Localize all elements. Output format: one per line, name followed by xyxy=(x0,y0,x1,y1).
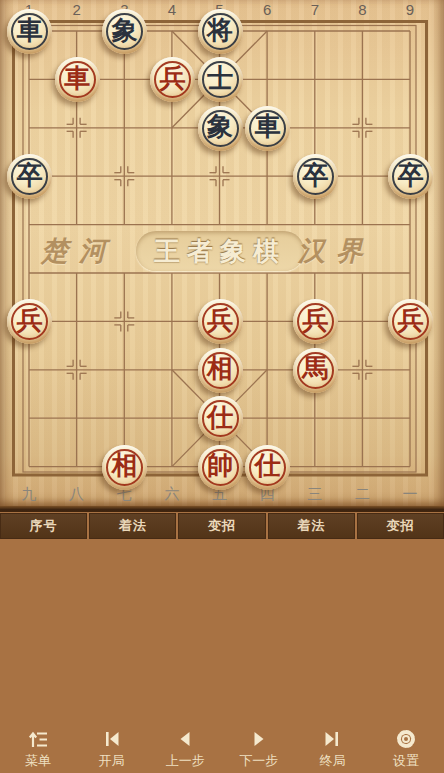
piece-glyph: 仕 xyxy=(207,405,233,431)
move-table-header-cell-0: 序号 xyxy=(0,513,87,539)
black-chariot[interactable]: 車 xyxy=(245,106,290,151)
red-advisor[interactable]: 仕 xyxy=(245,445,290,490)
piece-glyph: 卒 xyxy=(17,163,43,189)
black-general[interactable]: 将 xyxy=(198,9,243,54)
piece-glyph: 帥 xyxy=(207,453,233,479)
toolbar-prev-step-button[interactable]: 上一步 xyxy=(159,725,211,769)
skip-start-icon xyxy=(100,727,124,751)
piece-glyph: 兵 xyxy=(302,308,328,334)
xiangqi-board[interactable]: 123456789 九八七六五四三二一 楚河 王者象棋 汉界 車象将車兵士象車卒… xyxy=(0,0,444,506)
piece-glyph: 象 xyxy=(112,18,138,44)
piece-glyph: 車 xyxy=(64,66,90,92)
piece-glyph: 相 xyxy=(207,356,233,382)
black-pawn[interactable]: 卒 xyxy=(7,154,52,199)
piece-glyph: 兵 xyxy=(159,66,185,92)
piece-glyph: 車 xyxy=(17,18,43,44)
piece-glyph: 馬 xyxy=(302,356,328,382)
piece-glyph: 兵 xyxy=(207,308,233,334)
pieces-layer: 車象将車兵士象車卒卒卒兵兵兵兵相馬仕相帥仕 xyxy=(0,0,444,506)
menu-icon xyxy=(26,727,50,751)
toolbar-menu-button[interactable]: 菜单 xyxy=(12,725,64,769)
red-pawn[interactable]: 兵 xyxy=(150,57,195,102)
red-pawn[interactable]: 兵 xyxy=(198,299,243,344)
move-table-header-cell-4: 变招 xyxy=(357,513,444,539)
bottom-toolbar: 菜单 开局上一步下一步 终局 设置 xyxy=(0,725,444,773)
move-table-header: 序号着法变招着法变招 xyxy=(0,512,444,541)
move-table-header-cell-1: 着法 xyxy=(89,513,176,539)
toolbar-label: 设置 xyxy=(393,753,419,769)
piece-glyph: 卒 xyxy=(398,163,424,189)
toolbar-settings-button[interactable]: 设置 xyxy=(380,725,432,769)
move-table-header-cell-2: 变招 xyxy=(178,513,265,539)
skip-end-icon xyxy=(320,727,344,751)
piece-glyph: 将 xyxy=(207,18,233,44)
piece-glyph: 兵 xyxy=(17,308,43,334)
black-elephant[interactable]: 象 xyxy=(198,106,243,151)
piece-glyph: 相 xyxy=(112,453,138,479)
toolbar-skip-start-button[interactable]: 开局 xyxy=(86,725,138,769)
black-pawn[interactable]: 卒 xyxy=(293,154,338,199)
move-table-body[interactable] xyxy=(0,541,444,725)
red-horse[interactable]: 馬 xyxy=(293,348,338,393)
toolbar-label: 上一步 xyxy=(166,753,205,769)
red-pawn[interactable]: 兵 xyxy=(388,299,433,344)
toolbar-label: 菜单 xyxy=(25,753,51,769)
black-pawn[interactable]: 卒 xyxy=(388,154,433,199)
piece-glyph: 兵 xyxy=(398,308,424,334)
xiangqi-app: 123456789 九八七六五四三二一 楚河 王者象棋 汉界 車象将車兵士象車卒… xyxy=(0,0,444,773)
piece-glyph: 象 xyxy=(207,114,233,140)
prev-step-icon xyxy=(173,727,197,751)
next-step-icon xyxy=(247,727,271,751)
piece-glyph: 卒 xyxy=(302,163,328,189)
toolbar-label: 终局 xyxy=(319,753,345,769)
black-chariot[interactable]: 車 xyxy=(7,9,52,54)
red-pawn[interactable]: 兵 xyxy=(293,299,338,344)
red-elephant[interactable]: 相 xyxy=(198,348,243,393)
toolbar-label: 开局 xyxy=(99,753,125,769)
black-elephant[interactable]: 象 xyxy=(102,9,147,54)
move-table-header-cell-3: 着法 xyxy=(268,513,355,539)
toolbar-skip-end-button[interactable]: 终局 xyxy=(306,725,358,769)
piece-glyph: 車 xyxy=(255,114,281,140)
toolbar-next-step-button[interactable]: 下一步 xyxy=(233,725,285,769)
red-chariot[interactable]: 車 xyxy=(55,57,100,102)
red-general[interactable]: 帥 xyxy=(198,445,243,490)
red-elephant[interactable]: 相 xyxy=(102,445,147,490)
red-pawn[interactable]: 兵 xyxy=(7,299,52,344)
red-advisor[interactable]: 仕 xyxy=(198,396,243,441)
toolbar-label: 下一步 xyxy=(239,753,278,769)
settings-icon xyxy=(394,727,418,751)
black-advisor[interactable]: 士 xyxy=(198,57,243,102)
piece-glyph: 仕 xyxy=(255,453,281,479)
piece-glyph: 士 xyxy=(207,66,233,92)
